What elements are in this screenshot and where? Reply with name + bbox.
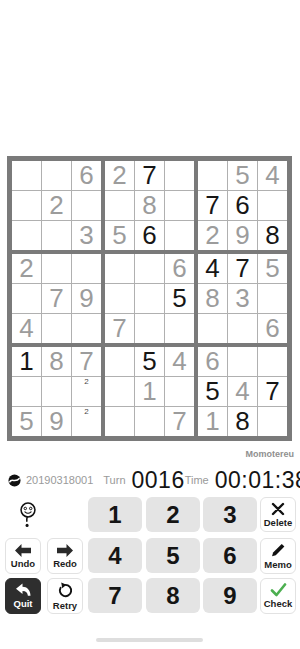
cell-r4c7[interactable]: 4 — [198, 254, 227, 283]
cell-r5c6[interactable]: 5 — [165, 284, 194, 313]
numpad-button-4[interactable]: 4 — [88, 538, 142, 573]
cell-r3c6[interactable] — [165, 221, 194, 250]
time-value: 00:01:38 — [215, 467, 300, 494]
cell-r2c4[interactable] — [105, 191, 134, 220]
cell-r5c5[interactable] — [135, 284, 164, 313]
cell-r6c6[interactable] — [165, 314, 194, 343]
cell-r4c3[interactable] — [72, 254, 101, 283]
cell-r3c8[interactable]: 9 — [228, 221, 257, 250]
cell-r9c1[interactable]: 5 — [12, 407, 41, 436]
numpad-button-5[interactable]: 5 — [146, 538, 200, 573]
cell-r1c4[interactable]: 2 — [105, 161, 134, 190]
hint-smiley-question-icon — [18, 497, 38, 533]
check-button[interactable]: Check — [260, 578, 296, 614]
cell-r6c3[interactable] — [72, 314, 101, 343]
cell-r5c7[interactable]: 8 — [198, 284, 227, 313]
cell-r8c1[interactable] — [12, 377, 41, 406]
cell-r8c6[interactable] — [165, 377, 194, 406]
cell-r3c4[interactable]: 5 — [105, 221, 134, 250]
cell-r1c9[interactable]: 4 — [258, 161, 287, 190]
redo-arrow-icon — [57, 544, 73, 557]
cell-r3c5[interactable]: 6 — [135, 221, 164, 250]
hint-button[interactable] — [12, 496, 44, 534]
cell-r4c4[interactable] — [105, 254, 134, 283]
cell-r6c1[interactable]: 4 — [12, 314, 41, 343]
cell-r7c8[interactable] — [228, 347, 257, 376]
cell-r1c1[interactable] — [12, 161, 41, 190]
cell-r8c5[interactable]: 1 — [135, 377, 164, 406]
cell-r1c8[interactable]: 5 — [228, 161, 257, 190]
cell-r3c3[interactable]: 3 — [72, 221, 101, 250]
cell-r5c3[interactable]: 9 — [72, 284, 101, 313]
cell-r5c8[interactable]: 3 — [228, 284, 257, 313]
cell-r1c2[interactable] — [42, 161, 71, 190]
check-mark-icon — [270, 583, 287, 597]
cell-r2c2[interactable]: 2 — [42, 191, 71, 220]
cell-r7c1[interactable]: 1 — [12, 347, 41, 376]
cell-r2c7[interactable]: 7 — [198, 191, 227, 220]
quit-return-arrow-icon — [15, 583, 31, 597]
numpad-button-1[interactable]: 1 — [88, 497, 142, 532]
delete-button[interactable]: Delete — [260, 497, 296, 532]
cell-r1c5[interactable]: 7 — [135, 161, 164, 190]
cell-r7c3[interactable]: 7 — [72, 347, 101, 376]
delete-label: Delete — [264, 517, 293, 528]
quit-button[interactable]: Quit — [5, 578, 41, 614]
cell-r8c9[interactable]: 7 — [258, 377, 287, 406]
memo-button[interactable]: Memo — [260, 538, 296, 574]
cell-r7c5[interactable]: 5 — [135, 347, 164, 376]
undo-label: Undo — [11, 558, 35, 569]
numpad-button-6[interactable]: 6 — [203, 538, 257, 573]
board-box-3: 5476298 — [198, 161, 287, 250]
board-box-8: 5417 — [105, 347, 194, 436]
cell-r2c1[interactable] — [12, 191, 41, 220]
turn-value: 0016 — [132, 467, 185, 494]
numpad-button-3[interactable]: 3 — [203, 497, 257, 532]
board-box-5: 657 — [105, 254, 194, 343]
cell-r9c4[interactable] — [105, 407, 134, 436]
cell-r5c2[interactable]: 7 — [42, 284, 71, 313]
cell-r9c5[interactable] — [135, 407, 164, 436]
status-bar: 20190318001 Turn 0016 Time 00:01:38 — [8, 466, 296, 494]
cell-r8c3[interactable]: 2 — [72, 377, 101, 406]
board-box-9: 654718 — [198, 347, 287, 436]
cell-r7c4[interactable] — [105, 347, 134, 376]
redo-label: Redo — [53, 558, 77, 569]
cell-r4c6[interactable]: 6 — [165, 254, 194, 283]
cell-r7c6[interactable]: 4 — [165, 347, 194, 376]
quit-label: Quit — [14, 598, 33, 609]
cell-r6c2[interactable] — [42, 314, 71, 343]
time-label: Time — [185, 474, 209, 486]
cell-r3c7[interactable]: 2 — [198, 221, 227, 250]
cell-r4c2[interactable] — [42, 254, 71, 283]
cell-r1c7[interactable] — [198, 161, 227, 190]
cell-r8c7[interactable]: 5 — [198, 377, 227, 406]
retry-button[interactable]: Retry — [47, 578, 83, 614]
retry-label: Retry — [53, 600, 77, 611]
cell-r6c4[interactable]: 7 — [105, 314, 134, 343]
home-indicator[interactable] — [96, 638, 203, 642]
puzzle-id: 20190318001 — [26, 474, 93, 486]
numpad-button-8[interactable]: 8 — [146, 578, 200, 613]
cell-r9c6[interactable]: 7 — [165, 407, 194, 436]
cell-r3c1[interactable] — [12, 221, 41, 250]
cell-r3c9[interactable]: 8 — [258, 221, 287, 250]
memo-pencil-icon — [270, 542, 286, 558]
cell-r2c8[interactable]: 6 — [228, 191, 257, 220]
numpad-button-2[interactable]: 2 — [146, 497, 200, 532]
cell-r7c9[interactable] — [258, 347, 287, 376]
puzzle-id-icon — [8, 474, 21, 487]
cell-r2c3[interactable] — [72, 191, 101, 220]
cell-r8c8[interactable]: 4 — [228, 377, 257, 406]
cell-r4c5[interactable] — [135, 254, 164, 283]
cell-r2c9[interactable] — [258, 191, 287, 220]
cell-r6c7[interactable] — [198, 314, 227, 343]
cell-r4c8[interactable]: 7 — [228, 254, 257, 283]
memo-mark: 2 — [82, 377, 92, 387]
cell-r7c2[interactable]: 8 — [42, 347, 71, 376]
cell-r6c5[interactable] — [135, 314, 164, 343]
cell-r6c8[interactable] — [228, 314, 257, 343]
retry-circular-arrow-icon — [57, 582, 74, 599]
cell-r5c4[interactable] — [105, 284, 134, 313]
cell-r8c4[interactable] — [105, 377, 134, 406]
cell-r3c2[interactable] — [42, 221, 71, 250]
numpad-button-7[interactable]: 7 — [88, 578, 142, 613]
cell-r1c6[interactable] — [165, 161, 194, 190]
cell-r2c5[interactable]: 8 — [135, 191, 164, 220]
cell-r5c1[interactable] — [12, 284, 41, 313]
cell-r9c8[interactable]: 8 — [228, 407, 257, 436]
delete-x-icon — [271, 502, 285, 516]
board-box-6: 475836 — [198, 254, 287, 343]
check-label: Check — [264, 598, 293, 609]
memo-mark: 2 — [82, 407, 92, 417]
cell-r5c9[interactable] — [258, 284, 287, 313]
sudoku-app-screen: 6232785654762982794657475836187259254176… — [0, 0, 300, 649]
undo-button[interactable]: Undo — [5, 538, 41, 574]
redo-button[interactable]: Redo — [47, 538, 83, 574]
app-credit: Momotereu — [245, 449, 294, 459]
turn-label: Turn — [103, 474, 125, 486]
undo-arrow-icon — [15, 544, 31, 557]
cell-r7c7[interactable]: 6 — [198, 347, 227, 376]
cell-r9c9[interactable] — [258, 407, 287, 436]
board-box-7: 1872592 — [12, 347, 101, 436]
board-box-2: 27856 — [105, 161, 194, 250]
cell-r8c2[interactable] — [42, 377, 71, 406]
sudoku-board: 6232785654762982794657475836187259254176… — [7, 156, 292, 441]
cell-r9c7[interactable]: 1 — [198, 407, 227, 436]
cell-r2c6[interactable] — [165, 191, 194, 220]
cell-r1c3[interactable]: 6 — [72, 161, 101, 190]
board-box-1: 623 — [12, 161, 101, 250]
cell-r6c9[interactable]: 6 — [258, 314, 287, 343]
cell-r4c1[interactable]: 2 — [12, 254, 41, 283]
memo-label: Memo — [264, 559, 291, 570]
cell-r9c2[interactable]: 9 — [42, 407, 71, 436]
numpad-button-9[interactable]: 9 — [203, 578, 257, 613]
cell-r4c9[interactable]: 5 — [258, 254, 287, 283]
board-box-4: 2794 — [12, 254, 101, 343]
cell-r9c3[interactable]: 2 — [72, 407, 101, 436]
